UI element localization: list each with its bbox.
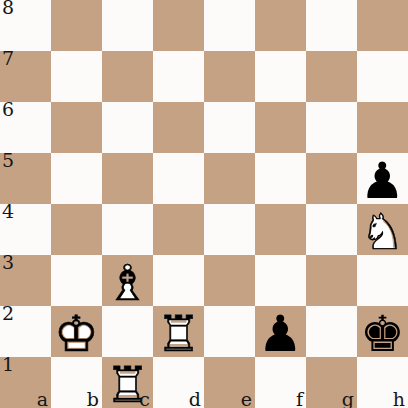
white-bishop-outline: ♗ [102, 255, 153, 306]
chessboard: 8765♟4♞♘3♝♗2♚♔♜♖♟♚1abc♜♖defgh [0, 0, 408, 408]
square-a1[interactable]: 1a [0, 357, 51, 408]
square-d1[interactable]: d [153, 357, 204, 408]
white-knight: ♞♘ [357, 204, 408, 255]
square-f2[interactable]: ♟ [255, 306, 306, 357]
white-knight-outline: ♘ [357, 204, 408, 255]
square-f8[interactable] [255, 0, 306, 51]
rank-label-7: 7 [2, 49, 14, 68]
square-g4[interactable] [306, 204, 357, 255]
white-knight-glyph: ♞ [357, 204, 408, 255]
square-h8[interactable] [357, 0, 408, 51]
white-king: ♚♔ [51, 306, 102, 357]
square-b5[interactable] [51, 153, 102, 204]
square-h5[interactable]: ♟ [357, 153, 408, 204]
white-rook-glyph: ♜ [153, 306, 204, 357]
square-f4[interactable] [255, 204, 306, 255]
rank-label-5: 5 [2, 151, 14, 170]
square-c4[interactable] [102, 204, 153, 255]
square-c2[interactable] [102, 306, 153, 357]
square-h4[interactable]: ♞♘ [357, 204, 408, 255]
black-pawn: ♟ [255, 306, 306, 357]
square-d7[interactable] [153, 51, 204, 102]
square-e6[interactable] [204, 102, 255, 153]
square-e8[interactable] [204, 0, 255, 51]
black-king-glyph: ♚ [357, 306, 408, 357]
rank-label-8: 8 [2, 0, 14, 17]
square-e4[interactable] [204, 204, 255, 255]
square-h6[interactable] [357, 102, 408, 153]
square-b1[interactable]: b [51, 357, 102, 408]
square-h3[interactable] [357, 255, 408, 306]
rank-label-3: 3 [2, 253, 14, 272]
rank-label-4: 4 [2, 202, 14, 221]
black-pawn-glyph: ♟ [357, 153, 408, 204]
square-g1[interactable]: g [306, 357, 357, 408]
file-label-a: a [37, 390, 48, 408]
file-label-f: f [296, 390, 303, 408]
white-rook-outline: ♖ [153, 306, 204, 357]
square-d6[interactable] [153, 102, 204, 153]
white-bishop-glyph: ♝ [102, 255, 153, 306]
square-d8[interactable] [153, 0, 204, 51]
square-g2[interactable] [306, 306, 357, 357]
square-b2[interactable]: ♚♔ [51, 306, 102, 357]
square-c1[interactable]: c♜♖ [102, 357, 153, 408]
square-c5[interactable] [102, 153, 153, 204]
square-b6[interactable] [51, 102, 102, 153]
rank-label-6: 6 [2, 100, 14, 119]
square-a7[interactable]: 7 [0, 51, 51, 102]
square-a3[interactable]: 3 [0, 255, 51, 306]
white-rook: ♜♖ [153, 306, 204, 357]
square-c3[interactable]: ♝♗ [102, 255, 153, 306]
file-label-g: g [342, 390, 354, 408]
black-pawn-glyph: ♟ [255, 306, 306, 357]
square-e7[interactable] [204, 51, 255, 102]
square-b8[interactable] [51, 0, 102, 51]
board-grid: 8765♟4♞♘3♝♗2♚♔♜♖♟♚1abc♜♖defgh [0, 0, 408, 408]
square-g3[interactable] [306, 255, 357, 306]
square-f5[interactable] [255, 153, 306, 204]
square-g8[interactable] [306, 0, 357, 51]
square-a2[interactable]: 2 [0, 306, 51, 357]
square-e3[interactable] [204, 255, 255, 306]
square-g5[interactable] [306, 153, 357, 204]
square-h7[interactable] [357, 51, 408, 102]
square-f3[interactable] [255, 255, 306, 306]
white-bishop: ♝♗ [102, 255, 153, 306]
rank-label-2: 2 [2, 304, 14, 323]
file-label-c: c [139, 390, 150, 408]
white-rook-outline: ♖ [102, 357, 153, 408]
square-a6[interactable]: 6 [0, 102, 51, 153]
square-c7[interactable] [102, 51, 153, 102]
square-h1[interactable]: h [357, 357, 408, 408]
square-e5[interactable] [204, 153, 255, 204]
square-c8[interactable] [102, 0, 153, 51]
square-d3[interactable] [153, 255, 204, 306]
square-d5[interactable] [153, 153, 204, 204]
file-label-h: h [393, 390, 405, 408]
square-g6[interactable] [306, 102, 357, 153]
white-king-glyph: ♚ [51, 306, 102, 357]
square-c6[interactable] [102, 102, 153, 153]
rank-label-1: 1 [2, 355, 14, 374]
square-d2[interactable]: ♜♖ [153, 306, 204, 357]
square-e2[interactable] [204, 306, 255, 357]
square-h2[interactable]: ♚ [357, 306, 408, 357]
black-pawn: ♟ [357, 153, 408, 204]
square-e1[interactable]: e [204, 357, 255, 408]
square-a5[interactable]: 5 [0, 153, 51, 204]
white-rook: ♜♖ [102, 357, 153, 408]
square-b3[interactable] [51, 255, 102, 306]
file-label-b: b [87, 390, 99, 408]
square-f7[interactable] [255, 51, 306, 102]
square-g7[interactable] [306, 51, 357, 102]
square-d4[interactable] [153, 204, 204, 255]
file-label-e: e [241, 390, 252, 408]
square-a8[interactable]: 8 [0, 0, 51, 51]
white-king-outline: ♔ [51, 306, 102, 357]
square-b7[interactable] [51, 51, 102, 102]
black-king: ♚ [357, 306, 408, 357]
square-b4[interactable] [51, 204, 102, 255]
square-f6[interactable] [255, 102, 306, 153]
white-rook-glyph: ♜ [102, 357, 153, 408]
square-f1[interactable]: f [255, 357, 306, 408]
file-label-d: d [189, 390, 201, 408]
square-a4[interactable]: 4 [0, 204, 51, 255]
